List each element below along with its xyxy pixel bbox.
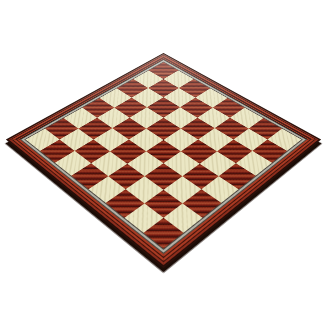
playing-grid [24,61,303,249]
product-photo-scene [0,0,325,325]
chessboard [7,53,320,266]
